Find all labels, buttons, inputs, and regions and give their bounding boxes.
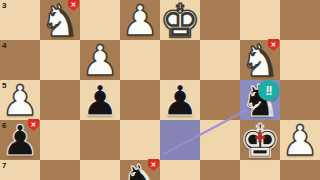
square-c7[interactable]	[200, 160, 240, 180]
square-c3[interactable]	[200, 0, 240, 40]
square-h4[interactable]: 4	[0, 40, 40, 80]
square-c6[interactable]	[200, 120, 240, 160]
black-pawn-icon: ♟	[161, 80, 199, 122]
piece-white-pawn-e3[interactable]: ♟	[120, 0, 160, 40]
square-g4[interactable]	[40, 40, 80, 80]
rank-label-3: 3	[2, 1, 6, 10]
white-pawn-icon: ♟	[281, 120, 319, 162]
piece-white-knight-g3[interactable]: ♞✕	[40, 0, 80, 40]
black-pawn-icon: ♟	[81, 80, 119, 122]
chess-board: 34567♞✕♟♚♞✕♟♟♟♟♞!!♟✕♚✚♟♞✕	[0, 0, 320, 180]
square-a3[interactable]	[280, 0, 320, 40]
piece-black-king-b6[interactable]: ♚✚	[240, 120, 280, 160]
white-king-icon: ♚	[159, 0, 200, 44]
square-f3[interactable]	[80, 0, 120, 40]
piece-black-pawn-h6[interactable]: ♟✕	[0, 120, 40, 160]
square-g5[interactable]	[40, 80, 80, 120]
square-d6[interactable]	[160, 120, 200, 160]
piece-white-king-d3[interactable]: ♚	[160, 0, 200, 40]
piece-white-knight-b4[interactable]: ♞✕	[240, 40, 280, 80]
square-g7[interactable]	[40, 160, 80, 180]
square-e6[interactable]	[120, 120, 160, 160]
square-c4[interactable]	[200, 40, 240, 80]
square-h3[interactable]: 3	[0, 0, 40, 40]
square-g6[interactable]	[40, 120, 80, 160]
piece-white-pawn-a6[interactable]: ♟	[280, 120, 320, 160]
piece-white-pawn-f4[interactable]: ♟	[80, 40, 120, 80]
rank-label-4: 4	[2, 41, 6, 50]
square-f7[interactable]	[80, 160, 120, 180]
piece-black-pawn-f5[interactable]: ♟	[80, 80, 120, 120]
square-f6[interactable]	[80, 120, 120, 160]
square-d7[interactable]	[160, 160, 200, 180]
brilliant-badge-icon: !!	[258, 80, 279, 101]
square-a5[interactable]	[280, 80, 320, 120]
piece-black-pawn-d5[interactable]: ♟	[160, 80, 200, 120]
square-c5[interactable]	[200, 80, 240, 120]
piece-black-knight-e7[interactable]: ♞✕	[120, 160, 160, 180]
white-pawn-icon: ♟	[121, 0, 159, 42]
square-b3[interactable]	[240, 0, 280, 40]
king-red-cross-detail: ✚	[240, 130, 280, 145]
square-e4[interactable]	[120, 40, 160, 80]
square-a4[interactable]	[280, 40, 320, 80]
piece-white-pawn-h5[interactable]: ♟	[0, 80, 40, 120]
square-e5[interactable]	[120, 80, 160, 120]
